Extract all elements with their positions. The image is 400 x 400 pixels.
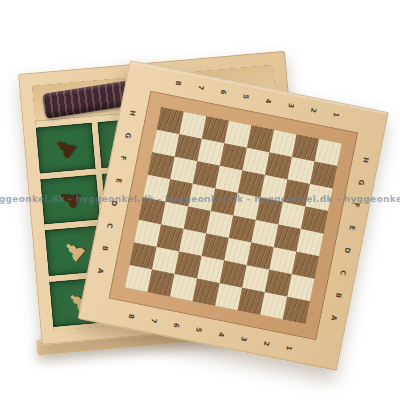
coord-label: 1 [321,101,351,129]
stored-piece-dark-pawn: ♟ [50,132,82,164]
stored-piece-light-pawn: ♟ [58,235,90,267]
board-squares [125,107,342,324]
board-frame: 87654321 87654321 HGFEDCBA HGFEDCBA [78,60,389,371]
coord-label: A [320,303,348,333]
watermark-text: hyggeonkel.dk - hyggeonkel.dk - hyggeonk… [0,194,400,207]
coord-label: A [87,256,115,286]
square [283,297,310,324]
felt-compartment: ♟ [36,123,96,173]
coord-label: 1 [274,334,304,362]
chess-board-lid: 87654321 87654321 HGFEDCBA HGFEDCBA [78,60,389,371]
product-photo-scene: ♟♟♝♟♜♝♟♟♟♟♟ 87654321 87654321 HGFEDCBA H… [0,0,400,400]
